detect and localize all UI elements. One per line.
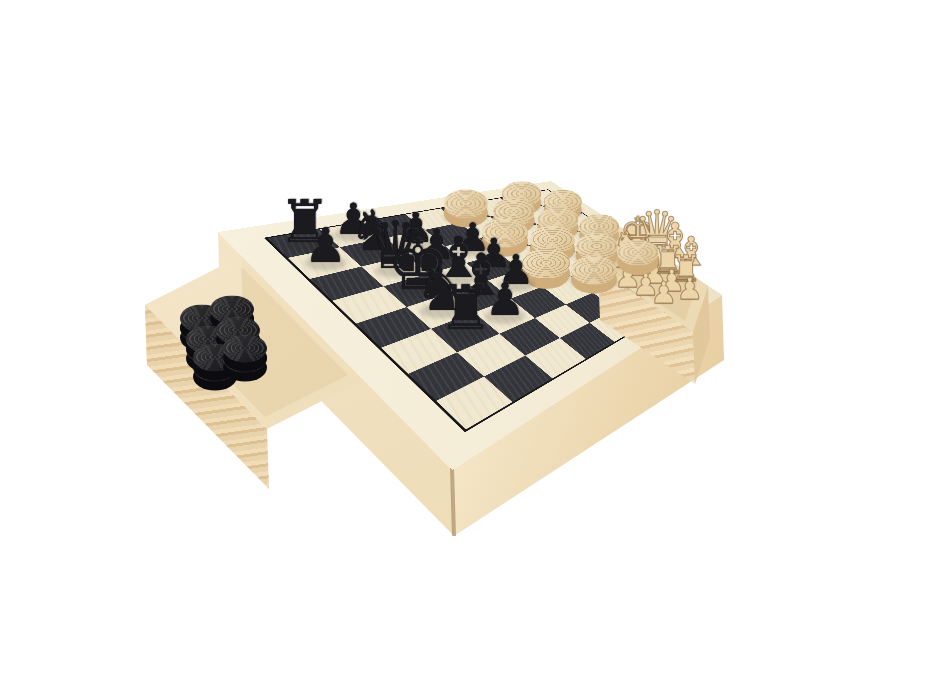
product-photo-stage: ♚♛♝♝♞♞♜♜♟♟♟♟♟♟♟♟ ♟♟♜♟♞♟♟♟♛♝♟♚♝♞♟♜ [0,0,928,686]
